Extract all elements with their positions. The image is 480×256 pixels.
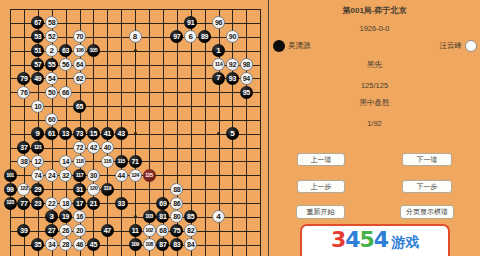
stone-20: 20 [73,224,86,237]
stone-63: 63 [59,44,72,57]
stone-65: 65 [73,100,86,113]
stone-18: 18 [59,197,72,210]
stone-31: 31 [73,183,86,196]
stone-85: 85 [184,210,197,223]
stone-34: 34 [45,238,58,251]
stone-8: 8 [129,30,142,43]
grid-line-vertical [205,9,206,256]
go-kifu-app: 1234567891011121314151617181920212223242… [0,0,480,256]
stone-54: 54 [45,72,58,85]
grid-line-vertical [24,9,25,256]
white-player-name: 汪云峰 [440,41,463,51]
white-stone-icon [465,40,477,52]
stone-99: 99 [4,183,17,196]
paged-display-button[interactable]: 分页显示棋谱 [400,205,454,219]
watermark-digit: 5 [360,227,374,253]
stone-108: 108 [143,238,156,251]
stone-58: 58 [45,16,58,29]
stone-17: 17 [73,197,86,210]
stone-97: 97 [170,30,183,43]
star-point [134,215,137,218]
stone-26: 26 [59,224,72,237]
stone-47: 47 [101,224,114,237]
stone-93: 93 [226,72,239,85]
stone-92: 92 [226,58,239,71]
stone-45: 45 [87,238,100,251]
stone-73: 73 [73,127,86,140]
star-point [134,49,137,52]
stone-1: 1 [212,44,225,57]
watermark-suffix: 游戏 [391,227,419,256]
stone-114: 114 [212,58,225,71]
prev-game-button[interactable]: 上一谱 [297,153,345,166]
stone-115: 115 [115,155,128,168]
stone-79: 79 [17,72,30,85]
stone-67: 67 [31,16,44,29]
stone-16: 16 [73,210,86,223]
stone-87: 87 [156,238,169,251]
stone-105: 105 [87,44,100,57]
stone-55: 55 [45,58,58,71]
first-move-label: 黑先 [269,60,480,70]
stone-7: 7 [212,72,225,85]
white-player: 汪云峰 [440,40,478,52]
stone-23: 23 [31,197,44,210]
stone-11: 11 [129,224,142,237]
prev-move-button[interactable]: 上一步 [297,180,345,193]
stone-70: 70 [73,30,86,43]
stone-77: 77 [17,197,30,210]
stone-10: 10 [31,100,44,113]
restart-button[interactable]: 重新开始 [296,205,345,219]
stone-27: 27 [45,224,58,237]
grid-line-horizontal [10,189,261,190]
stone-56: 56 [59,58,72,71]
stone-69: 69 [156,197,169,210]
3454-games-watermark: 3454游戏 [300,224,450,256]
stone-62: 62 [73,72,86,85]
stone-118: 118 [73,155,86,168]
grid-line-vertical [260,9,261,256]
stone-74: 74 [31,169,44,182]
grid-line-vertical [246,9,247,256]
game-info-panel: 第001局-弈于北京 1926-0-0 吴清源 汪云峰 黑先 125/125 黑… [269,0,480,256]
stone-86: 86 [170,197,183,210]
stone-109: 109 [129,238,142,251]
stone-125: 125 [143,169,156,182]
stone-24: 24 [45,169,58,182]
stone-33: 33 [115,197,128,210]
stone-95: 95 [240,86,253,99]
stone-44: 44 [115,169,128,182]
stone-101: 101 [4,169,17,182]
watermark-digit: 4 [374,227,388,253]
stone-84: 84 [184,238,197,251]
stone-117: 117 [73,169,86,182]
stone-91: 91 [184,16,197,29]
stone-46: 46 [73,238,86,251]
stone-89: 89 [198,30,211,43]
next-move-button[interactable]: 下一步 [402,180,452,193]
stone-30: 30 [87,169,100,182]
stone-42: 42 [87,141,100,154]
move-counter: 125/125 [269,81,480,90]
stone-76: 76 [17,86,30,99]
stone-90: 90 [226,30,239,43]
stone-64: 64 [73,58,86,71]
stone-13: 13 [59,127,72,140]
star-point [134,132,137,135]
next-game-button[interactable]: 下一谱 [402,153,452,166]
stone-29: 29 [31,183,44,196]
stone-124: 124 [129,169,142,182]
stone-75: 75 [170,224,183,237]
stone-123: 123 [4,197,17,210]
stone-52: 52 [45,30,58,43]
stone-22: 22 [45,197,58,210]
stone-12: 12 [31,155,44,168]
stone-81: 81 [156,210,169,223]
stone-38: 38 [17,155,30,168]
black-player-name: 吴清源 [288,41,311,51]
stone-122: 122 [17,183,30,196]
stone-9: 9 [31,127,44,140]
stone-6: 6 [184,30,197,43]
watermark-digit: 4 [345,227,359,253]
game-title: 第001局-弈于北京 [269,5,480,16]
stone-39: 39 [17,224,30,237]
stone-14: 14 [59,155,72,168]
stone-28: 28 [59,238,72,251]
stone-102: 102 [143,224,156,237]
stone-21: 21 [87,197,100,210]
stone-41: 41 [101,127,114,140]
stone-120: 120 [87,183,100,196]
stone-35: 35 [31,238,44,251]
stone-119: 119 [101,183,114,196]
stone-5: 5 [226,127,239,140]
stone-43: 43 [115,127,128,140]
stone-15: 15 [87,127,100,140]
stone-51: 51 [31,44,44,57]
stone-66: 66 [59,86,72,99]
grid-line-horizontal [10,148,261,149]
stone-72: 72 [73,141,86,154]
stone-71: 71 [129,155,142,168]
game-result: 黑中盘胜 [269,98,480,108]
stone-61: 61 [45,127,58,140]
stone-88: 88 [170,183,183,196]
stone-83: 83 [170,238,183,251]
stone-98: 98 [240,58,253,71]
stone-96: 96 [212,16,225,29]
stone-40: 40 [101,141,114,154]
stone-60: 60 [45,113,58,126]
black-stone-icon [273,40,285,52]
go-board[interactable]: 1234567891011121314151617181920212223242… [0,0,268,256]
stone-94: 94 [240,72,253,85]
stone-49: 49 [31,72,44,85]
page-counter: 1/92 [269,119,480,128]
stone-53: 53 [31,30,44,43]
stone-68: 68 [156,224,169,237]
stone-2: 2 [45,44,58,57]
stone-4: 4 [212,210,225,223]
stone-121: 121 [31,141,44,154]
stone-32: 32 [59,169,72,182]
stone-106: 106 [73,44,86,57]
game-date: 1926-0-0 [269,24,480,33]
stone-50: 50 [45,86,58,99]
stone-116: 116 [101,155,114,168]
stone-19: 19 [59,210,72,223]
stone-37: 37 [17,141,30,154]
stone-57: 57 [31,58,44,71]
stone-80: 80 [170,210,183,223]
grid-line-vertical [10,9,11,256]
stone-82: 82 [184,224,197,237]
stone-103: 103 [143,210,156,223]
watermark-digit: 3 [331,227,345,253]
stone-3: 3 [45,210,58,223]
black-player: 吴清源 [273,40,311,52]
star-point [217,132,220,135]
